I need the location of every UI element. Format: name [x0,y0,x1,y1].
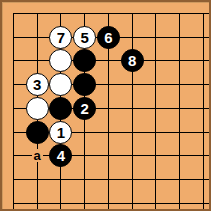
stone-white-5: 5 [73,26,96,49]
point-label-a: a [32,149,43,162]
stone-black-4: 4 [49,144,72,167]
go-board-diagram: 75683214a [0,0,211,211]
stones-layer: 75683214a [2,2,212,212]
stone-black [73,73,96,96]
stone-white [26,97,49,120]
stone-black-2: 2 [73,97,96,120]
stone-black [26,121,49,144]
stone-white-3: 3 [26,73,49,96]
stone-black [73,49,96,72]
stone-black-6: 6 [97,26,120,49]
stone-white-1: 1 [49,121,72,144]
stone-white [49,73,72,96]
stone-black [49,97,72,120]
stone-white-7: 7 [49,26,72,49]
stone-black-8: 8 [121,49,144,72]
stone-white [49,49,72,72]
